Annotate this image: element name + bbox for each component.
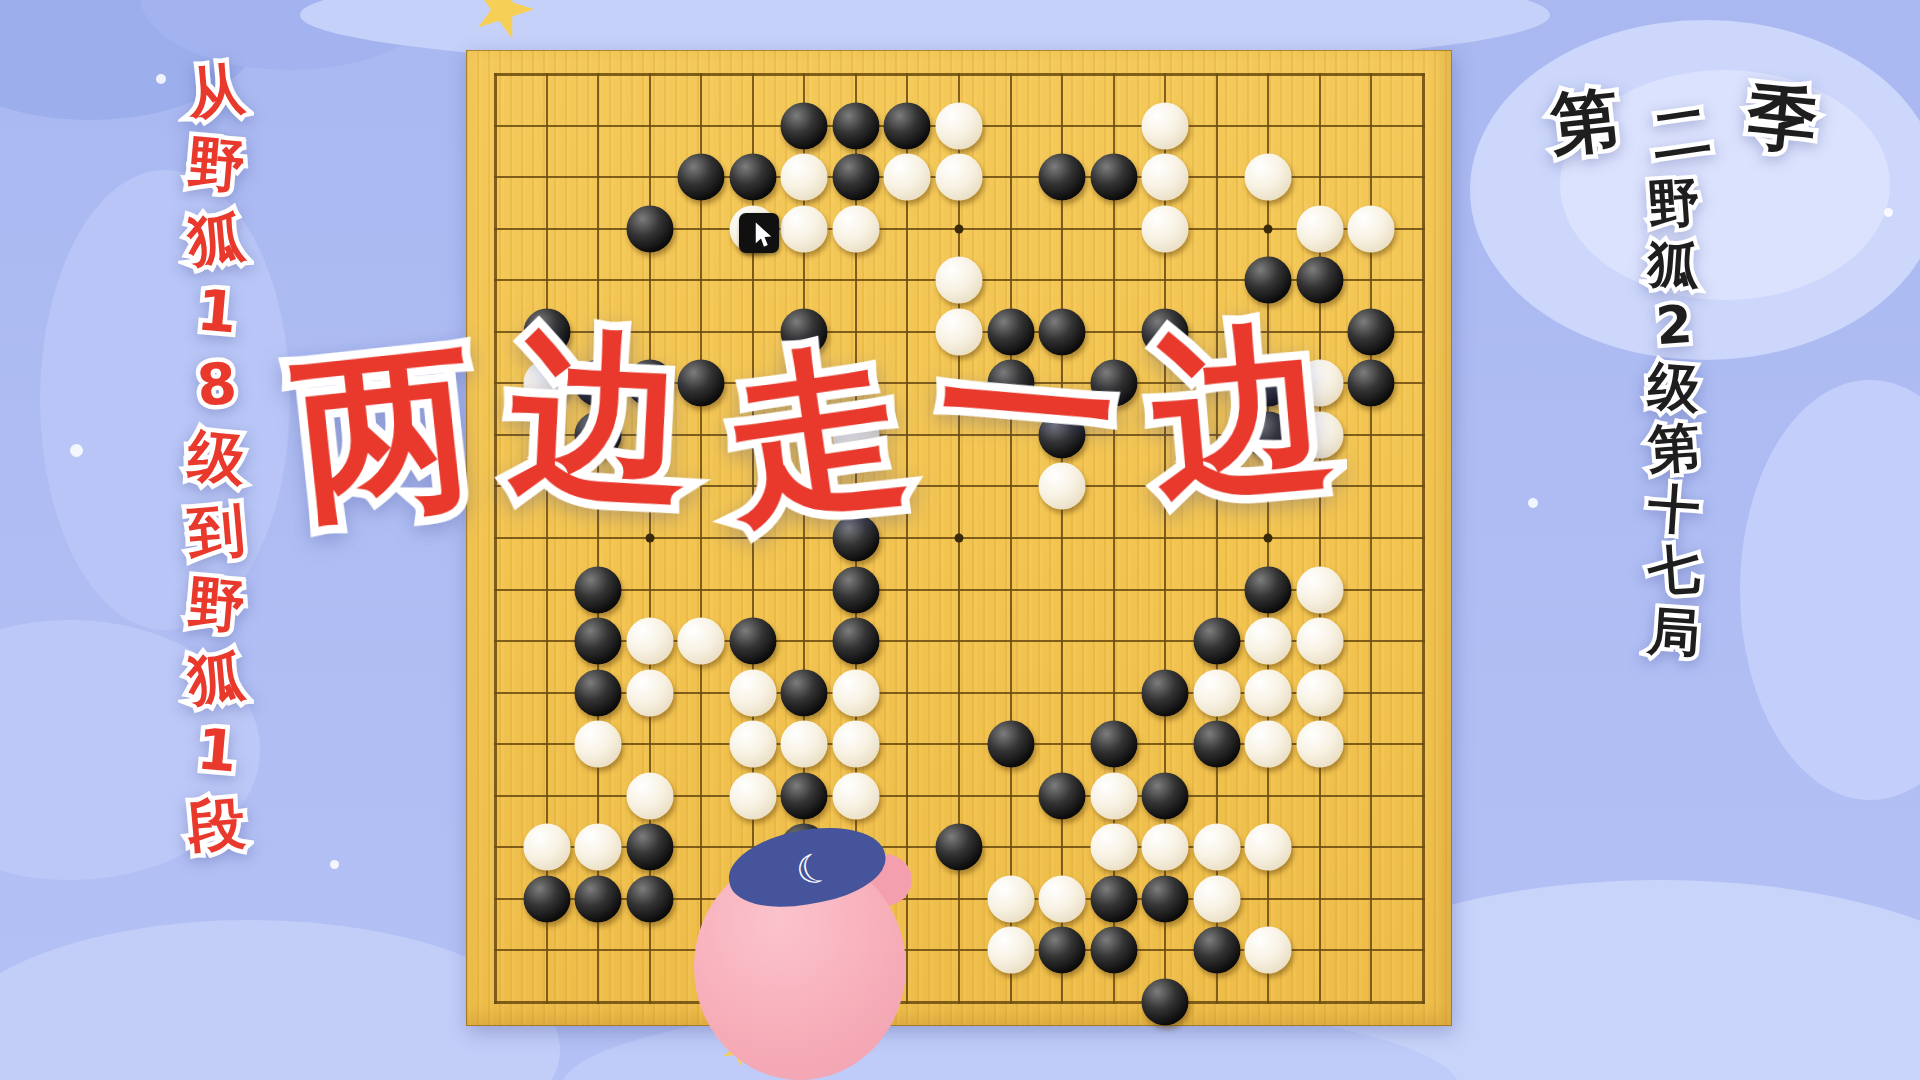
grid-line xyxy=(1061,73,1063,1004)
white-stone[interactable] xyxy=(729,669,776,716)
caption-char: 第 xyxy=(1646,417,1702,479)
white-stone[interactable] xyxy=(1245,721,1292,768)
black-stone[interactable] xyxy=(523,875,570,922)
white-stone[interactable] xyxy=(729,721,776,768)
white-stone[interactable] xyxy=(575,721,622,768)
caption-char: 2 xyxy=(1654,295,1694,356)
white-stone[interactable] xyxy=(935,102,982,149)
caption-char: 狐 xyxy=(185,202,248,274)
white-stone[interactable] xyxy=(626,618,673,665)
black-stone[interactable] xyxy=(575,669,622,716)
caption-char: 从 xyxy=(185,56,248,128)
black-stone[interactable] xyxy=(935,824,982,871)
star-point xyxy=(645,533,654,542)
white-stone[interactable] xyxy=(1193,669,1240,716)
white-stone[interactable] xyxy=(1348,205,1395,252)
black-stone[interactable] xyxy=(1142,772,1189,819)
white-stone[interactable] xyxy=(935,154,982,201)
sparkle-dot xyxy=(330,860,339,869)
black-stone[interactable] xyxy=(1039,154,1086,201)
go-board[interactable] xyxy=(466,50,1452,1026)
white-stone[interactable] xyxy=(1142,824,1189,871)
caption-char: 8 xyxy=(194,349,239,419)
white-stone[interactable] xyxy=(1245,618,1292,665)
caption-char: 两 xyxy=(288,336,484,532)
white-stone[interactable] xyxy=(1296,566,1343,613)
white-stone[interactable] xyxy=(832,721,879,768)
white-stone[interactable] xyxy=(1039,875,1086,922)
black-stone[interactable] xyxy=(1142,875,1189,922)
sparkle-dot xyxy=(156,74,166,84)
cloud xyxy=(1740,380,1920,800)
white-stone[interactable] xyxy=(1296,205,1343,252)
caption-char: 级 xyxy=(185,422,248,494)
white-stone[interactable] xyxy=(781,205,828,252)
caption-char: 季 xyxy=(1744,81,1821,158)
black-stone[interactable] xyxy=(781,669,828,716)
black-stone[interactable] xyxy=(729,154,776,201)
white-stone[interactable] xyxy=(884,154,931,201)
black-stone[interactable] xyxy=(1090,154,1137,201)
black-stone[interactable] xyxy=(1039,927,1086,974)
sparkle-dot xyxy=(1528,498,1538,508)
black-stone[interactable] xyxy=(1090,721,1137,768)
caption-char: 边 xyxy=(1144,315,1337,508)
white-stone[interactable] xyxy=(1142,205,1189,252)
caption-char: 十 xyxy=(1646,478,1702,540)
white-stone[interactable] xyxy=(935,257,982,304)
star-point xyxy=(1264,533,1273,542)
black-stone[interactable] xyxy=(1245,566,1292,613)
caption-char: 段 xyxy=(185,788,248,860)
white-stone[interactable] xyxy=(1090,824,1137,871)
white-stone[interactable] xyxy=(987,927,1034,974)
black-stone[interactable] xyxy=(781,772,828,819)
black-stone[interactable] xyxy=(1193,618,1240,665)
white-stone[interactable] xyxy=(1090,772,1137,819)
caption-char: 狐 xyxy=(185,642,248,714)
pig-mascot: ☾ xyxy=(688,838,918,1080)
star-point xyxy=(954,533,963,542)
grid-line xyxy=(494,1001,1425,1004)
white-stone[interactable] xyxy=(1193,824,1240,871)
black-stone[interactable] xyxy=(626,205,673,252)
left-caption: 从野狐18级到野狐1段 xyxy=(188,58,245,858)
black-stone[interactable] xyxy=(678,154,725,201)
black-stone[interactable] xyxy=(575,875,622,922)
white-stone[interactable] xyxy=(1245,824,1292,871)
black-stone[interactable] xyxy=(1296,257,1343,304)
sparkle-dot xyxy=(1884,208,1893,217)
caption-char: 狐 xyxy=(1646,233,1702,295)
black-stone[interactable] xyxy=(1090,927,1137,974)
black-stone[interactable] xyxy=(1039,772,1086,819)
black-stone[interactable] xyxy=(1193,721,1240,768)
black-stone[interactable] xyxy=(781,102,828,149)
white-stone[interactable] xyxy=(832,669,879,716)
black-stone[interactable] xyxy=(729,618,776,665)
black-stone[interactable] xyxy=(1193,927,1240,974)
sparkle-dot xyxy=(70,444,83,457)
black-stone[interactable] xyxy=(575,566,622,613)
white-stone[interactable] xyxy=(832,772,879,819)
grid-line xyxy=(1010,73,1012,1004)
black-stone[interactable] xyxy=(575,618,622,665)
caption-char: 野 xyxy=(185,568,248,640)
white-stone[interactable] xyxy=(626,772,673,819)
white-stone[interactable] xyxy=(832,205,879,252)
white-stone[interactable] xyxy=(729,772,776,819)
white-stone[interactable] xyxy=(523,824,570,871)
cloud xyxy=(40,170,290,630)
black-stone[interactable] xyxy=(832,618,879,665)
caption-char: 二 xyxy=(1648,100,1714,166)
white-stone[interactable] xyxy=(1245,669,1292,716)
star-point xyxy=(954,224,963,233)
black-stone[interactable] xyxy=(1348,360,1395,407)
white-stone[interactable] xyxy=(1142,102,1189,149)
white-stone[interactable] xyxy=(781,721,828,768)
white-stone[interactable] xyxy=(1245,154,1292,201)
white-stone[interactable] xyxy=(1245,927,1292,974)
black-stone[interactable] xyxy=(1142,669,1189,716)
caption-char: 1 xyxy=(194,716,239,786)
caption-char: 一 xyxy=(931,314,1123,506)
black-stone[interactable] xyxy=(626,824,673,871)
caption-char: 走 xyxy=(714,334,916,536)
white-stone[interactable] xyxy=(1193,875,1240,922)
caption-char: 野 xyxy=(185,129,248,201)
mouse-cursor-icon xyxy=(739,213,779,253)
grid-line xyxy=(1422,73,1425,1004)
black-stone[interactable] xyxy=(987,721,1034,768)
black-stone[interactable] xyxy=(626,875,673,922)
caption-char: 级 xyxy=(1646,356,1702,418)
black-stone[interactable] xyxy=(832,566,879,613)
white-stone[interactable] xyxy=(1142,154,1189,201)
star-point xyxy=(1264,224,1273,233)
caption-char: 野 xyxy=(1646,172,1702,234)
white-stone[interactable] xyxy=(1296,618,1343,665)
caption-char: 1 xyxy=(194,276,239,346)
white-stone[interactable] xyxy=(1296,721,1343,768)
white-stone[interactable] xyxy=(678,618,725,665)
white-stone[interactable] xyxy=(781,154,828,201)
white-stone[interactable] xyxy=(1296,669,1343,716)
black-stone[interactable] xyxy=(1142,978,1189,1025)
black-stone[interactable] xyxy=(1090,875,1137,922)
white-stone[interactable] xyxy=(626,669,673,716)
caption-char: 到 xyxy=(185,495,248,567)
white-stone[interactable] xyxy=(575,824,622,871)
black-stone[interactable] xyxy=(832,102,879,149)
caption-char: 七 xyxy=(1646,540,1702,602)
caption-char: 边 xyxy=(506,324,692,510)
video-title-overlay: 两边走一边 xyxy=(294,319,1332,519)
caption-char: 局 xyxy=(1646,601,1702,663)
black-stone[interactable] xyxy=(832,154,879,201)
black-stone[interactable] xyxy=(884,102,931,149)
black-stone[interactable] xyxy=(1348,308,1395,355)
white-stone[interactable] xyxy=(987,875,1034,922)
caption-char: 第 xyxy=(1548,85,1623,160)
right-caption: 野狐2级第十七局 xyxy=(1648,174,1700,661)
black-stone[interactable] xyxy=(1245,257,1292,304)
